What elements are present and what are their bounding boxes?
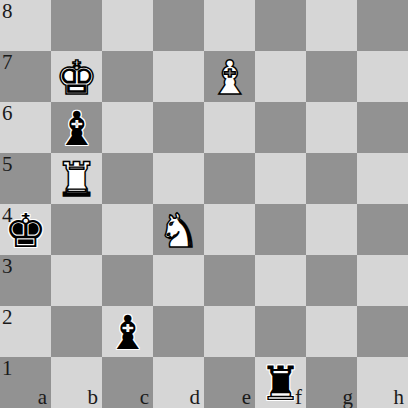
square-h5[interactable] xyxy=(357,153,408,204)
square-h4[interactable] xyxy=(357,204,408,255)
square-c3[interactable] xyxy=(102,255,153,306)
square-c8[interactable] xyxy=(102,0,153,51)
square-h6[interactable] xyxy=(357,102,408,153)
file-label-c: c xyxy=(140,387,149,408)
square-a8[interactable]: 8 xyxy=(0,0,51,51)
square-a7[interactable]: 7 xyxy=(0,51,51,102)
square-f3[interactable] xyxy=(255,255,306,306)
rank-label-7: 7 xyxy=(2,51,13,73)
file-label-b: b xyxy=(88,387,99,408)
square-g4[interactable] xyxy=(306,204,357,255)
chess-board: 87♚♝6♝5♜4♚♞32♝1abcdef♜gh xyxy=(0,0,408,408)
rank-label-1: 1 xyxy=(2,357,13,379)
rank-label-6: 6 xyxy=(2,102,13,124)
rank-label-2: 2 xyxy=(2,306,13,328)
piece-white-knight[interactable]: ♞ xyxy=(153,204,204,255)
piece-black-bishop[interactable]: ♝ xyxy=(51,102,102,153)
piece-white-rook[interactable]: ♜ xyxy=(51,153,102,204)
square-d1[interactable]: d xyxy=(153,357,204,408)
file-label-g: g xyxy=(343,387,354,408)
square-d7[interactable] xyxy=(153,51,204,102)
square-c6[interactable] xyxy=(102,102,153,153)
square-h8[interactable] xyxy=(357,0,408,51)
piece-white-bishop[interactable]: ♝ xyxy=(204,51,255,102)
square-b8[interactable] xyxy=(51,0,102,51)
file-label-h: h xyxy=(394,387,405,408)
square-f7[interactable] xyxy=(255,51,306,102)
square-h2[interactable] xyxy=(357,306,408,357)
square-e7[interactable]: ♝ xyxy=(204,51,255,102)
square-d4[interactable]: ♞ xyxy=(153,204,204,255)
square-e1[interactable]: e xyxy=(204,357,255,408)
square-f1[interactable]: f♜ xyxy=(255,357,306,408)
square-a5[interactable]: 5 xyxy=(0,153,51,204)
rank-label-8: 8 xyxy=(2,0,13,22)
rank-label-3: 3 xyxy=(2,255,13,277)
square-f4[interactable] xyxy=(255,204,306,255)
square-c2[interactable]: ♝ xyxy=(102,306,153,357)
square-a2[interactable]: 2 xyxy=(0,306,51,357)
piece-black-bishop[interactable]: ♝ xyxy=(102,306,153,357)
square-e5[interactable] xyxy=(204,153,255,204)
square-g7[interactable] xyxy=(306,51,357,102)
square-h7[interactable] xyxy=(357,51,408,102)
square-b4[interactable] xyxy=(51,204,102,255)
square-a3[interactable]: 3 xyxy=(0,255,51,306)
square-b1[interactable]: b xyxy=(51,357,102,408)
file-label-d: d xyxy=(190,387,201,408)
square-e2[interactable] xyxy=(204,306,255,357)
square-f2[interactable] xyxy=(255,306,306,357)
square-g2[interactable] xyxy=(306,306,357,357)
rank-label-4: 4 xyxy=(2,204,13,226)
square-h1[interactable]: h xyxy=(357,357,408,408)
square-c1[interactable]: c xyxy=(102,357,153,408)
square-b6[interactable]: ♝ xyxy=(51,102,102,153)
square-c5[interactable] xyxy=(102,153,153,204)
square-e4[interactable] xyxy=(204,204,255,255)
square-a4[interactable]: 4♚ xyxy=(0,204,51,255)
square-e6[interactable] xyxy=(204,102,255,153)
square-f5[interactable] xyxy=(255,153,306,204)
square-b7[interactable]: ♚ xyxy=(51,51,102,102)
square-g5[interactable] xyxy=(306,153,357,204)
square-h3[interactable] xyxy=(357,255,408,306)
piece-white-king[interactable]: ♚ xyxy=(51,51,102,102)
square-d5[interactable] xyxy=(153,153,204,204)
square-b2[interactable] xyxy=(51,306,102,357)
square-e8[interactable] xyxy=(204,0,255,51)
square-c4[interactable] xyxy=(102,204,153,255)
square-a6[interactable]: 6 xyxy=(0,102,51,153)
file-label-f: f xyxy=(295,387,302,408)
square-f6[interactable] xyxy=(255,102,306,153)
square-g3[interactable] xyxy=(306,255,357,306)
rank-label-5: 5 xyxy=(2,153,13,175)
square-d6[interactable] xyxy=(153,102,204,153)
square-b3[interactable] xyxy=(51,255,102,306)
file-label-e: e xyxy=(242,387,251,408)
square-d3[interactable] xyxy=(153,255,204,306)
square-d2[interactable] xyxy=(153,306,204,357)
file-label-a: a xyxy=(38,387,47,408)
square-a1[interactable]: 1a xyxy=(0,357,51,408)
square-d8[interactable] xyxy=(153,0,204,51)
square-c7[interactable] xyxy=(102,51,153,102)
square-f8[interactable] xyxy=(255,0,306,51)
square-g1[interactable]: g xyxy=(306,357,357,408)
square-e3[interactable] xyxy=(204,255,255,306)
square-g8[interactable] xyxy=(306,0,357,51)
square-g6[interactable] xyxy=(306,102,357,153)
square-b5[interactable]: ♜ xyxy=(51,153,102,204)
